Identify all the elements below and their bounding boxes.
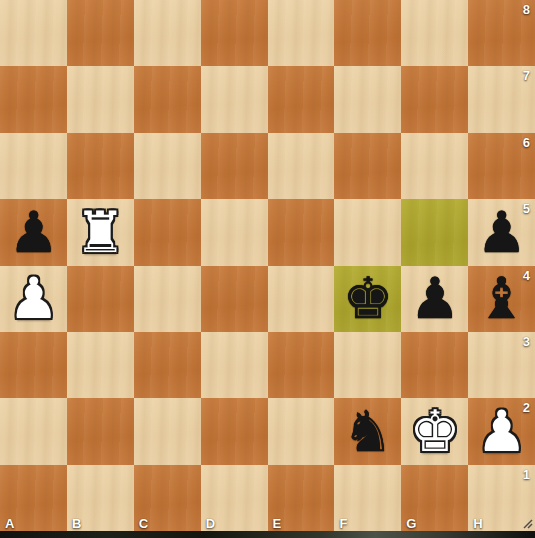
- square-h8[interactable]: 8: [468, 0, 535, 66]
- square-a7[interactable]: [0, 66, 67, 132]
- square-g7[interactable]: [401, 66, 468, 132]
- square-e4[interactable]: [268, 266, 335, 332]
- square-d4[interactable]: [201, 266, 268, 332]
- file-label-g: G: [406, 516, 416, 531]
- square-e1[interactable]: E: [268, 465, 335, 531]
- square-h2[interactable]: ♟2: [468, 398, 535, 464]
- square-c3[interactable]: [134, 332, 201, 398]
- rank-label-6: 6: [523, 135, 530, 150]
- square-g4[interactable]: ♟: [401, 266, 468, 332]
- square-f6[interactable]: [334, 133, 401, 199]
- square-d6[interactable]: [201, 133, 268, 199]
- black-pawn[interactable]: ♟: [401, 266, 468, 332]
- black-bishop[interactable]: ♝: [468, 266, 535, 332]
- square-a2[interactable]: [0, 398, 67, 464]
- background-strip: [0, 531, 535, 538]
- square-e7[interactable]: [268, 66, 335, 132]
- black-king[interactable]: ♚: [334, 266, 401, 332]
- square-f8[interactable]: [334, 0, 401, 66]
- square-d8[interactable]: [201, 0, 268, 66]
- rank-label-3: 3: [523, 334, 530, 349]
- square-h7[interactable]: 7: [468, 66, 535, 132]
- file-label-f: F: [339, 516, 347, 531]
- square-c7[interactable]: [134, 66, 201, 132]
- square-e5[interactable]: [268, 199, 335, 265]
- square-a8[interactable]: [0, 0, 67, 66]
- square-c8[interactable]: [134, 0, 201, 66]
- square-b4[interactable]: [67, 266, 134, 332]
- square-h1[interactable]: 1H: [468, 465, 535, 531]
- square-g8[interactable]: [401, 0, 468, 66]
- chess-board-app: 876♟♜♟5♟♚♟♝43♞♚♟2ABCDEFG1H: [0, 0, 535, 538]
- square-b5[interactable]: ♜: [67, 199, 134, 265]
- rank-label-7: 7: [523, 68, 530, 83]
- chess-board[interactable]: 876♟♜♟5♟♚♟♝43♞♚♟2ABCDEFG1H: [0, 0, 535, 531]
- white-pawn[interactable]: ♟: [0, 266, 67, 332]
- black-pawn[interactable]: ♟: [0, 199, 67, 265]
- square-a3[interactable]: [0, 332, 67, 398]
- square-c2[interactable]: [134, 398, 201, 464]
- square-h4[interactable]: ♝4: [468, 266, 535, 332]
- square-g2[interactable]: ♚: [401, 398, 468, 464]
- square-a5[interactable]: ♟: [0, 199, 67, 265]
- black-knight[interactable]: ♞: [334, 398, 401, 464]
- square-c1[interactable]: C: [134, 465, 201, 531]
- square-b7[interactable]: [67, 66, 134, 132]
- square-g5[interactable]: [401, 199, 468, 265]
- square-f7[interactable]: [334, 66, 401, 132]
- square-a4[interactable]: ♟: [0, 266, 67, 332]
- file-label-h: H: [473, 516, 482, 531]
- square-b1[interactable]: B: [67, 465, 134, 531]
- square-e3[interactable]: [268, 332, 335, 398]
- rank-label-8: 8: [523, 2, 530, 17]
- board-resize-handle-icon[interactable]: [521, 517, 533, 529]
- square-h6[interactable]: 6: [468, 133, 535, 199]
- square-d7[interactable]: [201, 66, 268, 132]
- square-f5[interactable]: [334, 199, 401, 265]
- square-c4[interactable]: [134, 266, 201, 332]
- square-f3[interactable]: [334, 332, 401, 398]
- square-f2[interactable]: ♞: [334, 398, 401, 464]
- file-label-c: C: [139, 516, 148, 531]
- square-c5[interactable]: [134, 199, 201, 265]
- square-f1[interactable]: F: [334, 465, 401, 531]
- white-king[interactable]: ♚: [401, 398, 468, 464]
- file-label-a: A: [5, 516, 14, 531]
- file-label-e: E: [273, 516, 282, 531]
- square-b3[interactable]: [67, 332, 134, 398]
- square-b2[interactable]: [67, 398, 134, 464]
- square-a1[interactable]: A: [0, 465, 67, 531]
- square-e8[interactable]: [268, 0, 335, 66]
- square-e2[interactable]: [268, 398, 335, 464]
- square-e6[interactable]: [268, 133, 335, 199]
- square-d3[interactable]: [201, 332, 268, 398]
- white-rook[interactable]: ♜: [67, 199, 134, 265]
- square-c6[interactable]: [134, 133, 201, 199]
- file-label-b: B: [72, 516, 81, 531]
- square-f4[interactable]: ♚: [334, 266, 401, 332]
- square-a6[interactable]: [0, 133, 67, 199]
- square-b8[interactable]: [67, 0, 134, 66]
- square-g1[interactable]: G: [401, 465, 468, 531]
- square-d2[interactable]: [201, 398, 268, 464]
- square-g6[interactable]: [401, 133, 468, 199]
- black-pawn[interactable]: ♟: [468, 199, 535, 265]
- square-b6[interactable]: [67, 133, 134, 199]
- square-g3[interactable]: [401, 332, 468, 398]
- square-h5[interactable]: ♟5: [468, 199, 535, 265]
- rank-label-1: 1: [523, 467, 530, 482]
- white-pawn[interactable]: ♟: [468, 398, 535, 464]
- file-label-d: D: [206, 516, 215, 531]
- square-d5[interactable]: [201, 199, 268, 265]
- square-h3[interactable]: 3: [468, 332, 535, 398]
- square-d1[interactable]: D: [201, 465, 268, 531]
